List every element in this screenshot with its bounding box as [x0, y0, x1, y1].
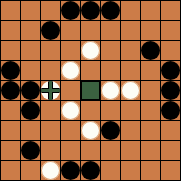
board-cell[interactable]	[1, 161, 20, 180]
board-cell[interactable]	[1, 101, 20, 120]
board-cell[interactable]	[81, 141, 100, 160]
board-cell[interactable]	[61, 81, 80, 100]
board-cell[interactable]	[41, 21, 60, 40]
black-attacker-stone[interactable]	[81, 161, 100, 180]
throne-cell[interactable]	[81, 81, 100, 100]
board-cell[interactable]	[161, 101, 180, 120]
board-cell[interactable]	[1, 121, 20, 140]
board-cell[interactable]	[141, 101, 160, 120]
board-cell[interactable]	[61, 161, 80, 180]
black-attacker-stone[interactable]	[101, 1, 120, 20]
board-cell[interactable]	[101, 41, 120, 60]
board-cell[interactable]	[121, 161, 140, 180]
white-defender-stone[interactable]	[81, 121, 100, 140]
board-cell[interactable]	[1, 41, 20, 60]
board-cell[interactable]	[101, 81, 120, 100]
board-cell[interactable]	[161, 81, 180, 100]
board-cell[interactable]	[121, 141, 140, 160]
board-cell[interactable]	[1, 21, 20, 40]
board-cell[interactable]	[121, 21, 140, 40]
board-cell[interactable]	[161, 1, 180, 20]
board-cell[interactable]	[81, 101, 100, 120]
board-cell[interactable]	[41, 61, 60, 80]
board-cell[interactable]	[41, 161, 60, 180]
board-cell[interactable]	[121, 1, 140, 20]
black-attacker-stone[interactable]	[1, 61, 20, 80]
board-cell[interactable]	[101, 141, 120, 160]
board-cell[interactable]	[41, 121, 60, 140]
board-cell[interactable]	[1, 61, 20, 80]
board-cell[interactable]	[161, 41, 180, 60]
board-cell[interactable]	[41, 141, 60, 160]
board-cell[interactable]	[161, 121, 180, 140]
board-cell[interactable]	[41, 41, 60, 60]
black-attacker-stone[interactable]	[61, 1, 80, 20]
board-cell[interactable]	[141, 1, 160, 20]
board-cell[interactable]	[21, 21, 40, 40]
board-cell[interactable]	[21, 81, 40, 100]
black-attacker-stone[interactable]	[1, 81, 20, 100]
board-cell[interactable]	[41, 1, 60, 20]
board-cell[interactable]	[61, 41, 80, 60]
board-cell[interactable]	[21, 161, 40, 180]
white-defender-stone[interactable]	[101, 81, 120, 100]
board-cell[interactable]	[21, 121, 40, 140]
tablut-board	[0, 0, 181, 181]
board-cell[interactable]	[141, 21, 160, 40]
board-cell[interactable]	[101, 121, 120, 140]
black-attacker-stone[interactable]	[161, 101, 180, 120]
board-cell[interactable]	[101, 61, 120, 80]
black-attacker-stone[interactable]	[161, 61, 180, 80]
board-cell[interactable]	[81, 61, 100, 80]
black-attacker-stone[interactable]	[21, 101, 40, 120]
board-cell[interactable]	[161, 141, 180, 160]
board-cell[interactable]	[21, 101, 40, 120]
black-attacker-stone[interactable]	[101, 121, 120, 140]
board-cell[interactable]	[21, 141, 40, 160]
board-cell[interactable]	[101, 101, 120, 120]
board-cell[interactable]	[61, 121, 80, 140]
black-attacker-stone[interactable]	[161, 81, 180, 100]
board-cell[interactable]	[21, 41, 40, 60]
board-cell[interactable]	[41, 81, 60, 100]
board-cell[interactable]	[21, 1, 40, 20]
board-cell[interactable]	[121, 101, 140, 120]
white-king-stone[interactable]	[41, 81, 60, 100]
board-cell[interactable]	[141, 161, 160, 180]
white-defender-stone[interactable]	[81, 41, 100, 60]
board-cell[interactable]	[121, 61, 140, 80]
board-cell[interactable]	[101, 21, 120, 40]
black-attacker-stone[interactable]	[81, 1, 100, 20]
white-defender-stone[interactable]	[121, 81, 140, 100]
white-defender-stone[interactable]	[41, 161, 60, 180]
board-cell[interactable]	[81, 161, 100, 180]
board-cell[interactable]	[21, 61, 40, 80]
board-cell[interactable]	[161, 61, 180, 80]
board-cell[interactable]	[81, 121, 100, 140]
board-cell[interactable]	[141, 141, 160, 160]
board-cell[interactable]	[141, 61, 160, 80]
board-cell[interactable]	[1, 81, 20, 100]
board-cell[interactable]	[121, 41, 140, 60]
board-cell[interactable]	[41, 101, 60, 120]
board-cell[interactable]	[61, 101, 80, 120]
board-cell[interactable]	[101, 161, 120, 180]
black-attacker-stone[interactable]	[141, 41, 160, 60]
board-cell[interactable]	[81, 1, 100, 20]
black-attacker-stone[interactable]	[61, 161, 80, 180]
board-cell[interactable]	[81, 41, 100, 60]
board-cell[interactable]	[61, 61, 80, 80]
black-attacker-stone[interactable]	[41, 21, 60, 40]
board-cell[interactable]	[81, 21, 100, 40]
board-cell[interactable]	[161, 21, 180, 40]
board-cell[interactable]	[141, 41, 160, 60]
black-attacker-stone[interactable]	[21, 81, 40, 100]
board-cell[interactable]	[61, 141, 80, 160]
board-cell[interactable]	[61, 21, 80, 40]
board-cell[interactable]	[1, 141, 20, 160]
board-cell[interactable]	[61, 1, 80, 20]
board-cell[interactable]	[161, 161, 180, 180]
board-cell[interactable]	[1, 1, 20, 20]
board-cell[interactable]	[121, 121, 140, 140]
white-defender-stone[interactable]	[61, 101, 80, 120]
board-cell[interactable]	[121, 81, 140, 100]
board-cell[interactable]	[101, 1, 120, 20]
white-defender-stone[interactable]	[61, 61, 80, 80]
board-cell[interactable]	[141, 81, 160, 100]
board-cell[interactable]	[141, 121, 160, 140]
black-attacker-stone[interactable]	[21, 141, 40, 160]
